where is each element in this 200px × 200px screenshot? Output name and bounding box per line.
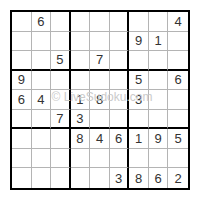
given-digit: 6 bbox=[175, 73, 182, 86]
cell-r8c8[interactable] bbox=[149, 149, 169, 169]
cell-r4c4[interactable] bbox=[71, 71, 91, 91]
cell-r8c1[interactable] bbox=[12, 149, 32, 169]
cell-r1c1[interactable] bbox=[12, 12, 32, 32]
cell-r6c6[interactable] bbox=[110, 110, 130, 130]
cell-r5c3[interactable] bbox=[51, 90, 71, 110]
cell-r5c2[interactable]: 4 bbox=[32, 90, 52, 110]
cell-r3c7[interactable] bbox=[129, 51, 149, 71]
cell-r4c7[interactable]: 5 bbox=[129, 71, 149, 91]
cell-r4c9[interactable]: 6 bbox=[168, 71, 188, 91]
cell-r8c7[interactable] bbox=[129, 149, 149, 169]
given-digit: 1 bbox=[76, 93, 83, 106]
cell-r4c3[interactable] bbox=[51, 71, 71, 91]
given-digit: 7 bbox=[56, 112, 63, 125]
cell-r6c4[interactable]: 3 bbox=[71, 110, 91, 130]
given-digit: 6 bbox=[115, 132, 122, 145]
cell-r2c6[interactable] bbox=[110, 32, 130, 52]
cell-r2c7[interactable]: 9 bbox=[129, 32, 149, 52]
cell-r3c5[interactable]: 7 bbox=[90, 51, 110, 71]
cell-r5c7[interactable]: 3 bbox=[129, 90, 149, 110]
given-digit: 5 bbox=[56, 53, 63, 66]
cell-r3c6[interactable] bbox=[110, 51, 130, 71]
cell-r1c4[interactable] bbox=[71, 12, 91, 32]
cell-r3c1[interactable] bbox=[12, 51, 32, 71]
cell-r8c9[interactable] bbox=[168, 149, 188, 169]
cell-r8c5[interactable] bbox=[90, 149, 110, 169]
cell-r2c9[interactable] bbox=[168, 32, 188, 52]
cell-r6c7[interactable] bbox=[129, 110, 149, 130]
cell-r7c4[interactable]: 8 bbox=[71, 129, 91, 149]
given-digit: 6 bbox=[37, 15, 44, 28]
cell-r5c5[interactable]: 8 bbox=[90, 90, 110, 110]
given-digit: 4 bbox=[96, 132, 103, 145]
given-digit: 3 bbox=[115, 172, 122, 185]
cell-r3c9[interactable] bbox=[168, 51, 188, 71]
cell-r1c9[interactable]: 4 bbox=[168, 12, 188, 32]
cell-r7c2[interactable] bbox=[32, 129, 52, 149]
given-digit: 6 bbox=[155, 172, 162, 185]
cell-r1c6[interactable] bbox=[110, 12, 130, 32]
cell-r9c2[interactable] bbox=[32, 168, 52, 188]
cell-r1c5[interactable] bbox=[90, 12, 110, 32]
given-digit: 9 bbox=[155, 132, 162, 145]
cell-r2c5[interactable] bbox=[90, 32, 110, 52]
cell-r4c8[interactable] bbox=[149, 71, 169, 91]
cell-r8c6[interactable] bbox=[110, 149, 130, 169]
given-digit: 4 bbox=[37, 93, 44, 106]
cell-r2c8[interactable]: 1 bbox=[149, 32, 169, 52]
given-digit: 6 bbox=[18, 93, 25, 106]
given-digit: 1 bbox=[155, 34, 162, 47]
sudoku-grid: 64915795664183738461953862 bbox=[10, 10, 190, 190]
cell-r9c5[interactable] bbox=[90, 168, 110, 188]
cell-r8c4[interactable] bbox=[71, 149, 91, 169]
given-digit: 3 bbox=[76, 112, 83, 125]
cell-r2c2[interactable] bbox=[32, 32, 52, 52]
cell-r5c4[interactable]: 1 bbox=[71, 90, 91, 110]
cell-r6c5[interactable] bbox=[90, 110, 110, 130]
given-digit: 9 bbox=[18, 73, 25, 86]
given-digit: 4 bbox=[175, 15, 182, 28]
cell-r6c2[interactable] bbox=[32, 110, 52, 130]
cell-r5c1[interactable]: 6 bbox=[12, 90, 32, 110]
cell-r6c3[interactable]: 7 bbox=[51, 110, 71, 130]
given-digit: 8 bbox=[135, 172, 142, 185]
given-digit: 8 bbox=[96, 93, 103, 106]
cell-r7c9[interactable]: 5 bbox=[168, 129, 188, 149]
cell-r9c7[interactable]: 8 bbox=[129, 168, 149, 188]
given-digit: 7 bbox=[96, 53, 103, 66]
given-digit: 5 bbox=[175, 132, 182, 145]
cell-r5c8[interactable] bbox=[149, 90, 169, 110]
cell-r3c4[interactable] bbox=[71, 51, 91, 71]
cell-r1c3[interactable] bbox=[51, 12, 71, 32]
cell-r4c5[interactable] bbox=[90, 71, 110, 91]
given-digit: 5 bbox=[135, 73, 142, 86]
given-digit: 1 bbox=[135, 132, 142, 145]
cell-r7c5[interactable]: 4 bbox=[90, 129, 110, 149]
cell-r9c1[interactable] bbox=[12, 168, 32, 188]
cell-r4c6[interactable] bbox=[110, 71, 130, 91]
cell-r2c4[interactable] bbox=[71, 32, 91, 52]
cell-r7c3[interactable] bbox=[51, 129, 71, 149]
cell-r9c6[interactable]: 3 bbox=[110, 168, 130, 188]
cell-r5c6[interactable] bbox=[110, 90, 130, 110]
cell-r1c7[interactable] bbox=[129, 12, 149, 32]
cell-r3c2[interactable] bbox=[32, 51, 52, 71]
given-digit: 8 bbox=[76, 132, 83, 145]
cell-r7c1[interactable] bbox=[12, 129, 32, 149]
cell-r7c7[interactable]: 1 bbox=[129, 129, 149, 149]
cell-r4c2[interactable] bbox=[32, 71, 52, 91]
cell-r7c6[interactable]: 6 bbox=[110, 129, 130, 149]
cell-r6c1[interactable] bbox=[12, 110, 32, 130]
cell-r8c2[interactable] bbox=[32, 149, 52, 169]
cell-r1c2[interactable]: 6 bbox=[32, 12, 52, 32]
cell-r7c8[interactable]: 9 bbox=[149, 129, 169, 149]
cell-r5c9[interactable] bbox=[168, 90, 188, 110]
cell-r2c3[interactable] bbox=[51, 32, 71, 52]
cell-r6c8[interactable] bbox=[149, 110, 169, 130]
cell-r9c9[interactable]: 2 bbox=[168, 168, 188, 188]
cell-r9c8[interactable]: 6 bbox=[149, 168, 169, 188]
cell-r8c3[interactable] bbox=[51, 149, 71, 169]
cell-r4c1[interactable]: 9 bbox=[12, 71, 32, 91]
given-digit: 2 bbox=[175, 172, 182, 185]
cell-r2c1[interactable] bbox=[12, 32, 32, 52]
given-digit: 3 bbox=[135, 93, 142, 106]
cell-r9c3[interactable] bbox=[51, 168, 71, 188]
cell-r3c8[interactable] bbox=[149, 51, 169, 71]
given-digit: 9 bbox=[135, 34, 142, 47]
cell-r6c9[interactable] bbox=[168, 110, 188, 130]
cell-r3c3[interactable]: 5 bbox=[51, 51, 71, 71]
cell-r9c4[interactable] bbox=[71, 168, 91, 188]
cell-r1c8[interactable] bbox=[149, 12, 169, 32]
